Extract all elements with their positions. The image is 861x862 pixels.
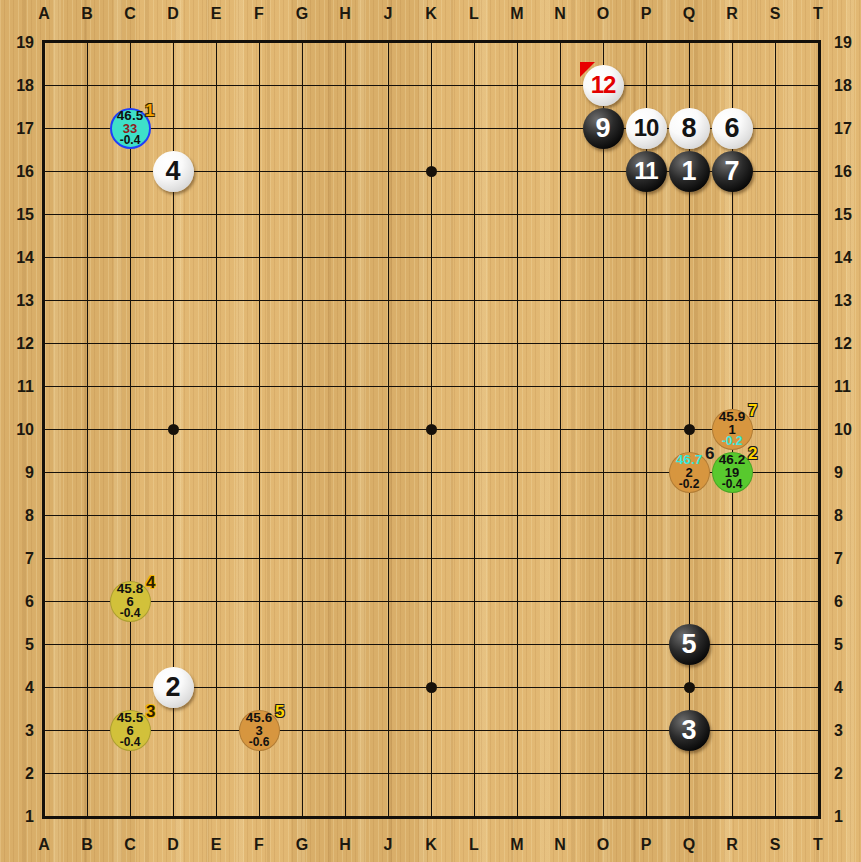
intersection-M7[interactable]	[496, 537, 539, 580]
intersection-L5[interactable]	[453, 623, 496, 666]
intersection-T9[interactable]	[797, 451, 840, 494]
intersection-L15[interactable]	[453, 193, 496, 236]
intersection-Q9[interactable]: 46.72-0.26	[668, 451, 711, 494]
intersection-S8[interactable]	[754, 494, 797, 537]
intersection-R6[interactable]	[711, 580, 754, 623]
intersection-R8[interactable]	[711, 494, 754, 537]
intersection-A11[interactable]	[23, 365, 66, 408]
intersection-L8[interactable]	[453, 494, 496, 537]
intersection-N16[interactable]	[539, 150, 582, 193]
intersection-B10[interactable]	[66, 408, 109, 451]
intersection-M18[interactable]	[496, 64, 539, 107]
intersection-D14[interactable]	[152, 236, 195, 279]
intersection-K5[interactable]	[410, 623, 453, 666]
intersection-D18[interactable]	[152, 64, 195, 107]
intersection-F15[interactable]	[238, 193, 281, 236]
intersection-A19[interactable]	[23, 21, 66, 64]
intersection-K3[interactable]	[410, 709, 453, 752]
intersection-H12[interactable]	[324, 322, 367, 365]
intersection-A12[interactable]	[23, 322, 66, 365]
intersection-R16[interactable]: 7	[711, 150, 754, 193]
intersection-K16[interactable]	[410, 150, 453, 193]
intersection-A16[interactable]	[23, 150, 66, 193]
intersection-H17[interactable]	[324, 107, 367, 150]
intersection-F10[interactable]	[238, 408, 281, 451]
intersection-P1[interactable]	[625, 795, 668, 838]
intersection-F5[interactable]	[238, 623, 281, 666]
intersection-K17[interactable]	[410, 107, 453, 150]
intersection-R3[interactable]	[711, 709, 754, 752]
intersection-Q16[interactable]: 1	[668, 150, 711, 193]
intersection-J16[interactable]	[367, 150, 410, 193]
intersection-Q15[interactable]	[668, 193, 711, 236]
intersection-T18[interactable]	[797, 64, 840, 107]
intersection-E6[interactable]	[195, 580, 238, 623]
intersection-G6[interactable]	[281, 580, 324, 623]
intersection-B12[interactable]	[66, 322, 109, 365]
intersection-L9[interactable]	[453, 451, 496, 494]
intersection-N14[interactable]	[539, 236, 582, 279]
candidate-move-F3[interactable]: 45.63-0.65	[239, 710, 280, 751]
intersection-N15[interactable]	[539, 193, 582, 236]
intersection-M17[interactable]	[496, 107, 539, 150]
intersection-G5[interactable]	[281, 623, 324, 666]
intersection-J19[interactable]	[367, 21, 410, 64]
intersection-D6[interactable]	[152, 580, 195, 623]
intersection-S1[interactable]	[754, 795, 797, 838]
intersection-E1[interactable]	[195, 795, 238, 838]
intersection-D17[interactable]	[152, 107, 195, 150]
intersection-K1[interactable]	[410, 795, 453, 838]
intersection-B17[interactable]	[66, 107, 109, 150]
intersection-F16[interactable]	[238, 150, 281, 193]
intersection-B14[interactable]	[66, 236, 109, 279]
intersection-O4[interactable]	[582, 666, 625, 709]
intersection-G2[interactable]	[281, 752, 324, 795]
intersection-A5[interactable]	[23, 623, 66, 666]
intersection-H14[interactable]	[324, 236, 367, 279]
intersection-C3[interactable]: 45.56-0.43	[109, 709, 152, 752]
intersection-J5[interactable]	[367, 623, 410, 666]
intersection-N10[interactable]	[539, 408, 582, 451]
intersection-M5[interactable]	[496, 623, 539, 666]
intersection-F12[interactable]	[238, 322, 281, 365]
intersection-C16[interactable]	[109, 150, 152, 193]
intersection-E16[interactable]	[195, 150, 238, 193]
intersection-A4[interactable]	[23, 666, 66, 709]
intersection-B11[interactable]	[66, 365, 109, 408]
intersection-G16[interactable]	[281, 150, 324, 193]
intersection-T4[interactable]	[797, 666, 840, 709]
intersection-M16[interactable]	[496, 150, 539, 193]
intersection-Q17[interactable]: 8	[668, 107, 711, 150]
intersection-G17[interactable]	[281, 107, 324, 150]
intersection-F13[interactable]	[238, 279, 281, 322]
intersection-M3[interactable]	[496, 709, 539, 752]
intersection-Q18[interactable]	[668, 64, 711, 107]
intersection-T11[interactable]	[797, 365, 840, 408]
intersection-L4[interactable]	[453, 666, 496, 709]
intersection-G15[interactable]	[281, 193, 324, 236]
intersection-E14[interactable]	[195, 236, 238, 279]
intersection-N5[interactable]	[539, 623, 582, 666]
intersection-S12[interactable]	[754, 322, 797, 365]
intersection-A8[interactable]	[23, 494, 66, 537]
intersection-P16[interactable]: 11	[625, 150, 668, 193]
candidate-move-C6[interactable]: 45.86-0.44	[110, 581, 151, 622]
intersection-L14[interactable]	[453, 236, 496, 279]
intersection-T16[interactable]	[797, 150, 840, 193]
intersection-D11[interactable]	[152, 365, 195, 408]
intersection-C8[interactable]	[109, 494, 152, 537]
intersection-G4[interactable]	[281, 666, 324, 709]
intersection-E15[interactable]	[195, 193, 238, 236]
intersection-D15[interactable]	[152, 193, 195, 236]
intersection-E18[interactable]	[195, 64, 238, 107]
intersection-Q14[interactable]	[668, 236, 711, 279]
intersection-R17[interactable]: 6	[711, 107, 754, 150]
intersection-C9[interactable]	[109, 451, 152, 494]
candidate-move-R9[interactable]: 46.219-0.42	[712, 452, 753, 493]
intersection-P5[interactable]	[625, 623, 668, 666]
intersection-H9[interactable]	[324, 451, 367, 494]
intersection-Q1[interactable]	[668, 795, 711, 838]
intersection-R18[interactable]	[711, 64, 754, 107]
intersection-R1[interactable]	[711, 795, 754, 838]
intersection-O16[interactable]	[582, 150, 625, 193]
intersection-F19[interactable]	[238, 21, 281, 64]
intersection-O6[interactable]	[582, 580, 625, 623]
intersection-D4[interactable]: 2	[152, 666, 195, 709]
intersection-O12[interactable]	[582, 322, 625, 365]
intersection-K8[interactable]	[410, 494, 453, 537]
intersection-P3[interactable]	[625, 709, 668, 752]
intersection-C19[interactable]	[109, 21, 152, 64]
intersection-K7[interactable]	[410, 537, 453, 580]
intersection-F17[interactable]	[238, 107, 281, 150]
intersection-C14[interactable]	[109, 236, 152, 279]
intersection-M1[interactable]	[496, 795, 539, 838]
intersection-D9[interactable]	[152, 451, 195, 494]
intersection-R7[interactable]	[711, 537, 754, 580]
intersection-F11[interactable]	[238, 365, 281, 408]
intersection-T1[interactable]	[797, 795, 840, 838]
intersection-T13[interactable]	[797, 279, 840, 322]
intersection-J15[interactable]	[367, 193, 410, 236]
intersection-K11[interactable]	[410, 365, 453, 408]
intersection-N11[interactable]	[539, 365, 582, 408]
intersection-H11[interactable]	[324, 365, 367, 408]
intersection-S4[interactable]	[754, 666, 797, 709]
intersection-H1[interactable]	[324, 795, 367, 838]
intersection-J4[interactable]	[367, 666, 410, 709]
intersection-J1[interactable]	[367, 795, 410, 838]
intersection-H10[interactable]	[324, 408, 367, 451]
intersection-D10[interactable]	[152, 408, 195, 451]
intersection-J6[interactable]	[367, 580, 410, 623]
intersection-O11[interactable]	[582, 365, 625, 408]
intersection-O10[interactable]	[582, 408, 625, 451]
intersection-H3[interactable]	[324, 709, 367, 752]
intersection-O17[interactable]: 9	[582, 107, 625, 150]
intersection-S11[interactable]	[754, 365, 797, 408]
intersection-G3[interactable]	[281, 709, 324, 752]
intersection-R14[interactable]	[711, 236, 754, 279]
intersection-R5[interactable]	[711, 623, 754, 666]
intersection-G8[interactable]	[281, 494, 324, 537]
intersection-Q7[interactable]	[668, 537, 711, 580]
intersection-J12[interactable]	[367, 322, 410, 365]
intersection-A13[interactable]	[23, 279, 66, 322]
intersection-P2[interactable]	[625, 752, 668, 795]
intersection-C11[interactable]	[109, 365, 152, 408]
intersection-F3[interactable]: 45.63-0.65	[238, 709, 281, 752]
intersection-G13[interactable]	[281, 279, 324, 322]
intersection-E4[interactable]	[195, 666, 238, 709]
intersection-M8[interactable]	[496, 494, 539, 537]
intersection-T8[interactable]	[797, 494, 840, 537]
intersection-A14[interactable]	[23, 236, 66, 279]
intersection-N3[interactable]	[539, 709, 582, 752]
intersection-A9[interactable]	[23, 451, 66, 494]
intersection-D5[interactable]	[152, 623, 195, 666]
intersection-B13[interactable]	[66, 279, 109, 322]
intersection-H18[interactable]	[324, 64, 367, 107]
intersection-K12[interactable]	[410, 322, 453, 365]
intersection-K4[interactable]	[410, 666, 453, 709]
intersection-E11[interactable]	[195, 365, 238, 408]
intersection-A10[interactable]	[23, 408, 66, 451]
intersection-S7[interactable]	[754, 537, 797, 580]
intersection-H6[interactable]	[324, 580, 367, 623]
intersection-L11[interactable]	[453, 365, 496, 408]
intersection-A15[interactable]	[23, 193, 66, 236]
candidate-move-C17[interactable]: 46.533-0.41	[110, 108, 151, 149]
intersection-R19[interactable]	[711, 21, 754, 64]
intersection-S15[interactable]	[754, 193, 797, 236]
intersection-P11[interactable]	[625, 365, 668, 408]
intersection-O2[interactable]	[582, 752, 625, 795]
intersection-L18[interactable]	[453, 64, 496, 107]
intersection-M11[interactable]	[496, 365, 539, 408]
intersection-O1[interactable]	[582, 795, 625, 838]
intersection-Q11[interactable]	[668, 365, 711, 408]
intersection-C12[interactable]	[109, 322, 152, 365]
intersection-P6[interactable]	[625, 580, 668, 623]
intersection-G18[interactable]	[281, 64, 324, 107]
intersection-F9[interactable]	[238, 451, 281, 494]
intersection-Q13[interactable]	[668, 279, 711, 322]
intersection-K2[interactable]	[410, 752, 453, 795]
intersection-B16[interactable]	[66, 150, 109, 193]
intersection-O7[interactable]	[582, 537, 625, 580]
intersection-G12[interactable]	[281, 322, 324, 365]
intersection-Q3[interactable]: 3	[668, 709, 711, 752]
intersection-T17[interactable]	[797, 107, 840, 150]
intersection-E17[interactable]	[195, 107, 238, 150]
intersection-J17[interactable]	[367, 107, 410, 150]
intersection-O9[interactable]	[582, 451, 625, 494]
intersection-Q5[interactable]: 5	[668, 623, 711, 666]
intersection-P10[interactable]	[625, 408, 668, 451]
intersection-E12[interactable]	[195, 322, 238, 365]
intersection-Q8[interactable]	[668, 494, 711, 537]
intersection-F1[interactable]	[238, 795, 281, 838]
intersection-K9[interactable]	[410, 451, 453, 494]
intersection-T10[interactable]	[797, 408, 840, 451]
intersection-S2[interactable]	[754, 752, 797, 795]
intersection-B19[interactable]	[66, 21, 109, 64]
intersection-L17[interactable]	[453, 107, 496, 150]
intersection-C10[interactable]	[109, 408, 152, 451]
intersection-G14[interactable]	[281, 236, 324, 279]
intersection-M6[interactable]	[496, 580, 539, 623]
intersection-M14[interactable]	[496, 236, 539, 279]
intersection-S16[interactable]	[754, 150, 797, 193]
intersection-E3[interactable]	[195, 709, 238, 752]
intersection-N1[interactable]	[539, 795, 582, 838]
intersection-G9[interactable]	[281, 451, 324, 494]
intersection-K13[interactable]	[410, 279, 453, 322]
intersection-J2[interactable]	[367, 752, 410, 795]
intersection-K15[interactable]	[410, 193, 453, 236]
intersection-J14[interactable]	[367, 236, 410, 279]
intersection-A3[interactable]	[23, 709, 66, 752]
intersection-M12[interactable]	[496, 322, 539, 365]
intersection-O5[interactable]	[582, 623, 625, 666]
intersection-L6[interactable]	[453, 580, 496, 623]
intersection-P19[interactable]	[625, 21, 668, 64]
intersection-S18[interactable]	[754, 64, 797, 107]
intersection-C1[interactable]	[109, 795, 152, 838]
intersection-J7[interactable]	[367, 537, 410, 580]
intersection-R9[interactable]: 46.219-0.42	[711, 451, 754, 494]
intersection-D12[interactable]	[152, 322, 195, 365]
intersection-C6[interactable]: 45.86-0.44	[109, 580, 152, 623]
intersection-R4[interactable]	[711, 666, 754, 709]
intersection-D19[interactable]	[152, 21, 195, 64]
intersection-J10[interactable]	[367, 408, 410, 451]
intersection-B6[interactable]	[66, 580, 109, 623]
intersection-C17[interactable]: 46.533-0.41	[109, 107, 152, 150]
intersection-E19[interactable]	[195, 21, 238, 64]
intersection-P9[interactable]	[625, 451, 668, 494]
intersection-N17[interactable]	[539, 107, 582, 150]
intersection-T5[interactable]	[797, 623, 840, 666]
intersection-C15[interactable]	[109, 193, 152, 236]
intersection-J3[interactable]	[367, 709, 410, 752]
intersection-F2[interactable]	[238, 752, 281, 795]
intersection-O13[interactable]	[582, 279, 625, 322]
intersection-E9[interactable]	[195, 451, 238, 494]
intersection-G19[interactable]	[281, 21, 324, 64]
intersection-F14[interactable]	[238, 236, 281, 279]
intersection-E7[interactable]	[195, 537, 238, 580]
intersection-L13[interactable]	[453, 279, 496, 322]
intersection-O3[interactable]	[582, 709, 625, 752]
intersection-E8[interactable]	[195, 494, 238, 537]
intersection-J9[interactable]	[367, 451, 410, 494]
intersection-G11[interactable]	[281, 365, 324, 408]
intersection-A18[interactable]	[23, 64, 66, 107]
intersection-R15[interactable]	[711, 193, 754, 236]
intersection-O8[interactable]	[582, 494, 625, 537]
intersection-D3[interactable]	[152, 709, 195, 752]
intersection-J18[interactable]	[367, 64, 410, 107]
intersection-Q12[interactable]	[668, 322, 711, 365]
candidate-move-Q9[interactable]: 46.72-0.26	[669, 452, 710, 493]
intersection-O15[interactable]	[582, 193, 625, 236]
intersection-F6[interactable]	[238, 580, 281, 623]
intersection-O18[interactable]: 12	[582, 64, 625, 107]
intersection-H13[interactable]	[324, 279, 367, 322]
intersection-B4[interactable]	[66, 666, 109, 709]
intersection-P17[interactable]: 10	[625, 107, 668, 150]
intersection-J13[interactable]	[367, 279, 410, 322]
intersection-B7[interactable]	[66, 537, 109, 580]
intersection-L7[interactable]	[453, 537, 496, 580]
intersection-H4[interactable]	[324, 666, 367, 709]
intersection-T12[interactable]	[797, 322, 840, 365]
intersection-S19[interactable]	[754, 21, 797, 64]
intersection-D7[interactable]	[152, 537, 195, 580]
intersection-F8[interactable]	[238, 494, 281, 537]
intersection-D13[interactable]	[152, 279, 195, 322]
intersection-N8[interactable]	[539, 494, 582, 537]
intersection-P7[interactable]	[625, 537, 668, 580]
intersection-K19[interactable]	[410, 21, 453, 64]
intersection-D1[interactable]	[152, 795, 195, 838]
intersection-A1[interactable]	[23, 795, 66, 838]
intersection-B8[interactable]	[66, 494, 109, 537]
intersection-T3[interactable]	[797, 709, 840, 752]
intersection-N18[interactable]	[539, 64, 582, 107]
intersection-S9[interactable]	[754, 451, 797, 494]
intersection-H5[interactable]	[324, 623, 367, 666]
intersection-S17[interactable]	[754, 107, 797, 150]
intersection-K18[interactable]	[410, 64, 453, 107]
intersection-M2[interactable]	[496, 752, 539, 795]
intersection-B18[interactable]	[66, 64, 109, 107]
intersection-P12[interactable]	[625, 322, 668, 365]
intersection-E13[interactable]	[195, 279, 238, 322]
intersection-A17[interactable]	[23, 107, 66, 150]
intersection-B15[interactable]	[66, 193, 109, 236]
intersection-L1[interactable]	[453, 795, 496, 838]
intersection-L10[interactable]	[453, 408, 496, 451]
intersection-C2[interactable]	[109, 752, 152, 795]
intersection-B2[interactable]	[66, 752, 109, 795]
intersection-E2[interactable]	[195, 752, 238, 795]
intersection-B5[interactable]	[66, 623, 109, 666]
intersection-N2[interactable]	[539, 752, 582, 795]
intersection-D16[interactable]: 4	[152, 150, 195, 193]
intersection-Q4[interactable]	[668, 666, 711, 709]
intersection-G10[interactable]	[281, 408, 324, 451]
intersection-R12[interactable]	[711, 322, 754, 365]
intersection-K6[interactable]	[410, 580, 453, 623]
intersection-S13[interactable]	[754, 279, 797, 322]
intersection-S5[interactable]	[754, 623, 797, 666]
intersection-A2[interactable]	[23, 752, 66, 795]
intersection-P14[interactable]	[625, 236, 668, 279]
intersection-C13[interactable]	[109, 279, 152, 322]
intersection-N12[interactable]	[539, 322, 582, 365]
intersection-P4[interactable]	[625, 666, 668, 709]
intersection-R2[interactable]	[711, 752, 754, 795]
intersection-E10[interactable]	[195, 408, 238, 451]
intersection-B1[interactable]	[66, 795, 109, 838]
